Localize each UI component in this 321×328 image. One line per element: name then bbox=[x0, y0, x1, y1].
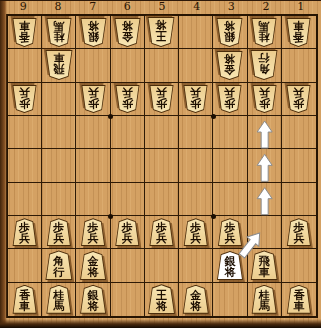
file-label-7: 7 bbox=[75, 0, 110, 14]
square-3f[interactable] bbox=[213, 183, 247, 216]
piece-9a[interactable]: 香車 bbox=[12, 18, 37, 47]
piece-kanji: 歩 bbox=[19, 98, 30, 109]
piece-kanji: 兵 bbox=[156, 87, 167, 98]
piece-kanji: 香 bbox=[19, 31, 30, 42]
shogi-app: 987654321 香車桂馬銀将金将王将銀将桂馬香車飛車金将角行歩兵歩兵歩兵歩兵… bbox=[0, 0, 321, 328]
square-5i[interactable]: 王将 bbox=[145, 283, 179, 316]
square-3a[interactable]: 銀将 bbox=[213, 16, 247, 49]
piece-kanji: 車 bbox=[53, 52, 64, 63]
piece-kanji: 兵 bbox=[224, 87, 235, 98]
piece-kanji: 将 bbox=[190, 301, 201, 312]
piece-7g[interactable]: 歩兵 bbox=[81, 218, 106, 246]
square-6a[interactable]: 金将 bbox=[111, 16, 145, 49]
file-label-8: 8 bbox=[41, 0, 76, 14]
square-4h[interactable] bbox=[179, 249, 213, 282]
piece-kanji: 桂 bbox=[259, 31, 270, 42]
square-1b[interactable] bbox=[282, 49, 316, 82]
piece-2i[interactable]: 桂馬 bbox=[251, 285, 277, 314]
piece-kanji: 兵 bbox=[293, 233, 304, 244]
square-5c[interactable]: 歩兵 bbox=[145, 83, 179, 116]
square-5d[interactable] bbox=[145, 116, 179, 149]
square-1d[interactable] bbox=[282, 116, 316, 149]
piece-kanji: 金 bbox=[224, 64, 235, 75]
square-9f[interactable] bbox=[8, 183, 42, 216]
square-8f[interactable] bbox=[42, 183, 76, 216]
square-3b[interactable]: 金将 bbox=[213, 49, 247, 82]
piece-kanji: 歩 bbox=[156, 98, 167, 109]
piece-kanji: 兵 bbox=[224, 233, 235, 244]
piece-2h[interactable]: 飛車 bbox=[250, 250, 278, 280]
piece-kanji: 兵 bbox=[259, 87, 270, 98]
piece-5i[interactable]: 王将 bbox=[147, 284, 175, 314]
square-2h[interactable]: 飛車 bbox=[248, 249, 282, 282]
piece-kanji: 馬 bbox=[259, 20, 270, 31]
square-1i[interactable]: 香車 bbox=[282, 283, 316, 316]
square-6b[interactable] bbox=[111, 49, 145, 82]
square-7g[interactable]: 歩兵 bbox=[76, 216, 110, 249]
piece-kanji: 馬 bbox=[259, 301, 270, 312]
piece-7i[interactable]: 銀将 bbox=[80, 285, 107, 314]
piece-1g[interactable]: 歩兵 bbox=[286, 218, 311, 246]
piece-2a[interactable]: 桂馬 bbox=[251, 18, 277, 47]
piece-kanji: 将 bbox=[224, 53, 235, 64]
piece-kanji: 行 bbox=[53, 267, 64, 278]
piece-8a[interactable]: 桂馬 bbox=[46, 18, 72, 47]
square-6f[interactable] bbox=[111, 183, 145, 216]
square-7h[interactable]: 金将 bbox=[76, 249, 110, 282]
square-8e[interactable] bbox=[42, 149, 76, 182]
square-8i[interactable]: 桂馬 bbox=[42, 283, 76, 316]
square-9a[interactable]: 香車 bbox=[8, 16, 42, 49]
square-9e[interactable] bbox=[8, 149, 42, 182]
square-7b[interactable] bbox=[76, 49, 110, 82]
piece-2c[interactable]: 歩兵 bbox=[252, 85, 277, 113]
square-9b[interactable] bbox=[8, 49, 42, 82]
square-7c[interactable]: 歩兵 bbox=[76, 83, 110, 116]
piece-kanji: 兵 bbox=[156, 233, 167, 244]
file-label-6: 6 bbox=[110, 0, 145, 14]
square-6i[interactable] bbox=[111, 283, 145, 316]
board-bottom-edge bbox=[0, 319, 321, 328]
piece-kanji: 香 bbox=[293, 31, 304, 42]
piece-kanji: 兵 bbox=[122, 87, 133, 98]
square-1h[interactable] bbox=[282, 249, 316, 282]
piece-kanji: 銀 bbox=[88, 31, 99, 42]
piece-kanji: 車 bbox=[19, 20, 30, 31]
piece-3c[interactable]: 歩兵 bbox=[217, 85, 242, 113]
piece-kanji: 銀 bbox=[224, 31, 235, 42]
square-6e[interactable] bbox=[111, 149, 145, 182]
square-4c[interactable]: 歩兵 bbox=[179, 83, 213, 116]
piece-4c[interactable]: 歩兵 bbox=[183, 85, 208, 113]
square-1a[interactable]: 香車 bbox=[282, 16, 316, 49]
piece-kanji: 将 bbox=[156, 301, 167, 312]
piece-kanji: 歩 bbox=[259, 98, 270, 109]
piece-kanji: 車 bbox=[19, 301, 30, 312]
square-2c[interactable]: 歩兵 bbox=[248, 83, 282, 116]
piece-kanji: 王 bbox=[156, 30, 167, 41]
piece-kanji: 兵 bbox=[19, 233, 30, 244]
square-4f[interactable] bbox=[179, 183, 213, 216]
square-1e[interactable] bbox=[282, 149, 316, 182]
piece-8g[interactable]: 歩兵 bbox=[46, 218, 71, 246]
piece-kanji: 歩 bbox=[190, 98, 201, 109]
piece-kanji: 桂 bbox=[53, 31, 64, 42]
square-4b[interactable] bbox=[179, 49, 213, 82]
square-5f[interactable] bbox=[145, 183, 179, 216]
piece-7c[interactable]: 歩兵 bbox=[81, 85, 106, 113]
hoshi-dot bbox=[211, 114, 216, 119]
piece-kanji: 馬 bbox=[53, 20, 64, 31]
piece-kanji: 角 bbox=[259, 63, 270, 74]
piece-7h[interactable]: 金将 bbox=[80, 251, 107, 280]
square-2f[interactable] bbox=[248, 183, 282, 216]
piece-5c[interactable]: 歩兵 bbox=[149, 85, 174, 113]
square-8a[interactable]: 桂馬 bbox=[42, 16, 76, 49]
square-7d[interactable] bbox=[76, 116, 110, 149]
square-8d[interactable] bbox=[42, 116, 76, 149]
square-9i[interactable]: 香車 bbox=[8, 283, 42, 316]
piece-4g[interactable]: 歩兵 bbox=[183, 218, 208, 246]
square-2g[interactable] bbox=[248, 216, 282, 249]
piece-6c[interactable]: 歩兵 bbox=[115, 85, 140, 113]
square-2i[interactable]: 桂馬 bbox=[248, 283, 282, 316]
piece-1c[interactable]: 歩兵 bbox=[286, 85, 311, 113]
board-left-edge bbox=[0, 0, 7, 328]
piece-kanji: 将 bbox=[224, 267, 235, 278]
piece-kanji: 車 bbox=[293, 20, 304, 31]
square-6g[interactable]: 歩兵 bbox=[111, 216, 145, 249]
piece-8b[interactable]: 飛車 bbox=[45, 50, 73, 80]
hoshi-dot bbox=[108, 114, 113, 119]
square-9d[interactable] bbox=[8, 116, 42, 149]
file-label-3: 3 bbox=[214, 0, 249, 14]
square-2b[interactable]: 角行 bbox=[248, 49, 282, 82]
square-3i[interactable] bbox=[213, 283, 247, 316]
hoshi-dot bbox=[211, 214, 216, 219]
square-6h[interactable] bbox=[111, 249, 145, 282]
piece-6g[interactable]: 歩兵 bbox=[115, 218, 140, 246]
square-3g[interactable]: 歩兵 bbox=[213, 216, 247, 249]
square-8c[interactable] bbox=[42, 83, 76, 116]
square-9c[interactable]: 歩兵 bbox=[8, 83, 42, 116]
piece-3a[interactable]: 銀将 bbox=[216, 18, 243, 47]
square-1c[interactable]: 歩兵 bbox=[282, 83, 316, 116]
square-3d[interactable] bbox=[213, 116, 247, 149]
piece-4i[interactable]: 金将 bbox=[182, 285, 209, 314]
file-label-9: 9 bbox=[6, 0, 41, 14]
file-label-5: 5 bbox=[145, 0, 180, 14]
square-3c[interactable]: 歩兵 bbox=[213, 83, 247, 116]
piece-kanji: 兵 bbox=[53, 233, 64, 244]
piece-1i[interactable]: 香車 bbox=[286, 285, 311, 314]
square-7e[interactable] bbox=[76, 149, 110, 182]
piece-3b[interactable]: 金将 bbox=[216, 51, 243, 80]
piece-3g[interactable]: 歩兵 bbox=[217, 218, 242, 246]
square-4a[interactable] bbox=[179, 16, 213, 49]
hoshi-dot bbox=[108, 214, 113, 219]
square-5e[interactable] bbox=[145, 149, 179, 182]
square-6c[interactable]: 歩兵 bbox=[111, 83, 145, 116]
piece-kanji: 将 bbox=[88, 267, 99, 278]
piece-6a[interactable]: 金将 bbox=[114, 18, 141, 47]
square-2a[interactable]: 桂馬 bbox=[248, 16, 282, 49]
piece-kanji: 兵 bbox=[19, 87, 30, 98]
square-9h[interactable] bbox=[8, 249, 42, 282]
shogi-board: 香車桂馬銀将金将王将銀将桂馬香車飛車金将角行歩兵歩兵歩兵歩兵歩兵歩兵歩兵歩兵歩兵… bbox=[6, 14, 318, 318]
piece-kanji: 兵 bbox=[190, 87, 201, 98]
piece-kanji: 飛 bbox=[53, 63, 64, 74]
piece-5g[interactable]: 歩兵 bbox=[149, 218, 174, 246]
square-8g[interactable]: 歩兵 bbox=[42, 216, 76, 249]
board-top-edge bbox=[0, 0, 321, 1]
file-label-1: 1 bbox=[283, 0, 318, 14]
piece-kanji: 兵 bbox=[88, 233, 99, 244]
piece-kanji: 兵 bbox=[293, 87, 304, 98]
piece-kanji: 馬 bbox=[53, 301, 64, 312]
square-8h[interactable]: 角行 bbox=[42, 249, 76, 282]
piece-1a[interactable]: 香車 bbox=[286, 18, 311, 47]
piece-7a[interactable]: 銀将 bbox=[80, 18, 107, 47]
piece-8h[interactable]: 角行 bbox=[45, 250, 73, 280]
piece-5a[interactable]: 王将 bbox=[147, 17, 175, 47]
piece-9i[interactable]: 香車 bbox=[12, 285, 37, 314]
square-5b[interactable] bbox=[145, 49, 179, 82]
file-labels: 987654321 bbox=[6, 0, 318, 14]
file-label-2: 2 bbox=[249, 0, 284, 14]
piece-kanji: 将 bbox=[88, 20, 99, 31]
square-5g[interactable]: 歩兵 bbox=[145, 216, 179, 249]
square-5a[interactable]: 王将 bbox=[145, 16, 179, 49]
piece-9g[interactable]: 歩兵 bbox=[12, 218, 37, 246]
piece-kanji: 歩 bbox=[122, 98, 133, 109]
square-2e[interactable] bbox=[248, 149, 282, 182]
square-6d[interactable] bbox=[111, 116, 145, 149]
piece-kanji: 車 bbox=[293, 301, 304, 312]
piece-kanji: 車 bbox=[259, 267, 270, 278]
file-label-4: 4 bbox=[179, 0, 214, 14]
piece-kanji: 金 bbox=[122, 31, 133, 42]
piece-kanji: 将 bbox=[122, 20, 133, 31]
square-7f[interactable] bbox=[76, 183, 110, 216]
square-8b[interactable]: 飛車 bbox=[42, 49, 76, 82]
piece-kanji: 将 bbox=[224, 20, 235, 31]
piece-kanji: 将 bbox=[156, 19, 167, 30]
square-4i[interactable]: 金将 bbox=[179, 283, 213, 316]
square-3h[interactable]: 銀将 bbox=[213, 249, 247, 282]
piece-kanji: 歩 bbox=[293, 98, 304, 109]
piece-9c[interactable]: 歩兵 bbox=[12, 85, 37, 113]
square-9g[interactable]: 歩兵 bbox=[8, 216, 42, 249]
piece-kanji: 歩 bbox=[88, 98, 99, 109]
square-5h[interactable] bbox=[145, 249, 179, 282]
piece-kanji: 歩 bbox=[224, 98, 235, 109]
square-4g[interactable]: 歩兵 bbox=[179, 216, 213, 249]
piece-3h[interactable]: 銀将 bbox=[216, 251, 243, 280]
square-1g[interactable]: 歩兵 bbox=[282, 216, 316, 249]
piece-kanji: 兵 bbox=[190, 233, 201, 244]
square-4e[interactable] bbox=[179, 149, 213, 182]
square-4d[interactable] bbox=[179, 116, 213, 149]
piece-kanji: 兵 bbox=[122, 233, 133, 244]
piece-8i[interactable]: 桂馬 bbox=[46, 285, 72, 314]
piece-kanji: 兵 bbox=[88, 87, 99, 98]
square-7a[interactable]: 銀将 bbox=[76, 16, 110, 49]
piece-kanji: 行 bbox=[259, 52, 270, 63]
square-2d[interactable] bbox=[248, 116, 282, 149]
piece-kanji: 将 bbox=[88, 301, 99, 312]
piece-2b[interactable]: 角行 bbox=[250, 50, 278, 80]
square-3e[interactable] bbox=[213, 149, 247, 182]
square-7i[interactable]: 銀将 bbox=[76, 283, 110, 316]
square-1f[interactable] bbox=[282, 183, 316, 216]
